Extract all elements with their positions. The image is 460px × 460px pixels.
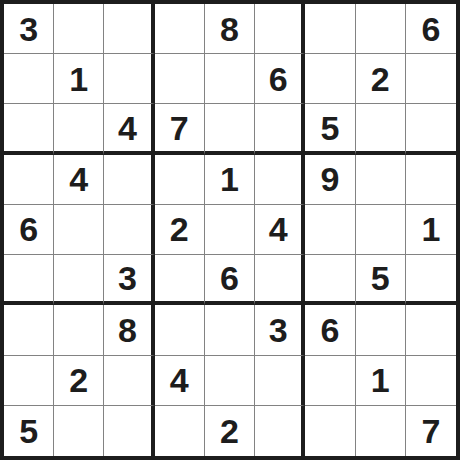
cell-r5c4-given: 2	[155, 205, 205, 255]
cell-r9c1-given: 5	[4, 406, 54, 456]
sudoku-page: 3861624754196241365836241527	[0, 0, 460, 460]
cell-r6c7-empty[interactable]	[305, 255, 355, 305]
cell-r9c7-empty[interactable]	[305, 406, 355, 456]
cell-r7c4-empty[interactable]	[155, 305, 205, 355]
cell-r3c8-empty[interactable]	[356, 104, 406, 154]
cell-r2c3-empty[interactable]	[104, 54, 154, 104]
cell-r5c3-empty[interactable]	[104, 205, 154, 255]
cell-r1c4-empty[interactable]	[155, 4, 205, 54]
cell-r7c8-empty[interactable]	[356, 305, 406, 355]
cell-r4c5-given: 1	[205, 155, 255, 205]
cell-r8c7-empty[interactable]	[305, 356, 355, 406]
cell-r6c5-given: 6	[205, 255, 255, 305]
cell-r2c1-empty[interactable]	[4, 54, 54, 104]
cell-r2c8-given: 2	[356, 54, 406, 104]
cell-r8c3-empty[interactable]	[104, 356, 154, 406]
cell-r3c4-given: 7	[155, 104, 205, 154]
cell-r4c8-empty[interactable]	[356, 155, 406, 205]
cell-r9c6-empty[interactable]	[255, 406, 305, 456]
cell-r1c3-empty[interactable]	[104, 4, 154, 54]
cell-r5c7-empty[interactable]	[305, 205, 355, 255]
cell-r2c9-empty[interactable]	[406, 54, 456, 104]
cell-r5c9-given: 1	[406, 205, 456, 255]
cell-r8c4-given: 4	[155, 356, 205, 406]
cell-r6c4-empty[interactable]	[155, 255, 205, 305]
cell-r9c9-given: 7	[406, 406, 456, 456]
cell-r9c4-empty[interactable]	[155, 406, 205, 456]
cell-r3c6-empty[interactable]	[255, 104, 305, 154]
cell-r1c2-empty[interactable]	[54, 4, 104, 54]
cell-r4c4-empty[interactable]	[155, 155, 205, 205]
cell-r9c3-empty[interactable]	[104, 406, 154, 456]
cell-r7c7-given: 6	[305, 305, 355, 355]
cell-r1c5-given: 8	[205, 4, 255, 54]
cell-r1c8-empty[interactable]	[356, 4, 406, 54]
cell-r9c5-given: 2	[205, 406, 255, 456]
cell-r1c9-given: 6	[406, 4, 456, 54]
cell-r7c3-given: 8	[104, 305, 154, 355]
cell-r2c2-given: 1	[54, 54, 104, 104]
cell-r5c1-given: 6	[4, 205, 54, 255]
sudoku-board: 3861624754196241365836241527	[0, 0, 460, 460]
cell-r6c1-empty[interactable]	[4, 255, 54, 305]
cell-r7c2-empty[interactable]	[54, 305, 104, 355]
cell-r3c7-given: 5	[305, 104, 355, 154]
cell-r8c6-empty[interactable]	[255, 356, 305, 406]
cell-r5c8-empty[interactable]	[356, 205, 406, 255]
cell-r6c8-given: 5	[356, 255, 406, 305]
cell-r6c3-given: 3	[104, 255, 154, 305]
cell-r7c6-given: 3	[255, 305, 305, 355]
cell-r3c9-empty[interactable]	[406, 104, 456, 154]
cell-r7c9-empty[interactable]	[406, 305, 456, 355]
cell-r1c7-empty[interactable]	[305, 4, 355, 54]
cell-r3c3-given: 4	[104, 104, 154, 154]
cell-r2c6-given: 6	[255, 54, 305, 104]
cell-r9c2-empty[interactable]	[54, 406, 104, 456]
cell-r4c6-empty[interactable]	[255, 155, 305, 205]
cell-r4c9-empty[interactable]	[406, 155, 456, 205]
cell-r4c1-empty[interactable]	[4, 155, 54, 205]
cell-r4c7-given: 9	[305, 155, 355, 205]
cell-r4c3-empty[interactable]	[104, 155, 154, 205]
cell-r5c5-empty[interactable]	[205, 205, 255, 255]
cell-r8c2-given: 2	[54, 356, 104, 406]
cell-r9c8-empty[interactable]	[356, 406, 406, 456]
cell-r3c2-empty[interactable]	[54, 104, 104, 154]
cell-r1c1-given: 3	[4, 4, 54, 54]
cell-r5c6-given: 4	[255, 205, 305, 255]
cell-r7c1-empty[interactable]	[4, 305, 54, 355]
cell-r3c5-empty[interactable]	[205, 104, 255, 154]
cell-r8c5-empty[interactable]	[205, 356, 255, 406]
cell-r6c2-empty[interactable]	[54, 255, 104, 305]
cell-r4c2-given: 4	[54, 155, 104, 205]
cell-r2c5-empty[interactable]	[205, 54, 255, 104]
cell-r8c9-empty[interactable]	[406, 356, 456, 406]
cell-r7c5-empty[interactable]	[205, 305, 255, 355]
cell-r8c1-empty[interactable]	[4, 356, 54, 406]
cell-r2c4-empty[interactable]	[155, 54, 205, 104]
cell-r2c7-empty[interactable]	[305, 54, 355, 104]
cell-r5c2-empty[interactable]	[54, 205, 104, 255]
cell-r1c6-empty[interactable]	[255, 4, 305, 54]
cell-r6c9-empty[interactable]	[406, 255, 456, 305]
cell-r8c8-given: 1	[356, 356, 406, 406]
cell-r3c1-empty[interactable]	[4, 104, 54, 154]
cell-r6c6-empty[interactable]	[255, 255, 305, 305]
